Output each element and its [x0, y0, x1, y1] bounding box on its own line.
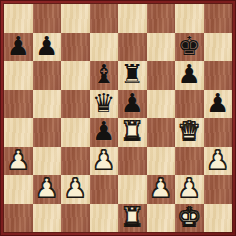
square-h2[interactable]	[204, 175, 233, 204]
square-a8[interactable]	[4, 4, 33, 33]
white-pawn[interactable]: ♟	[35, 175, 58, 202]
square-e1[interactable]: ♜	[118, 204, 147, 233]
chess-board: ♟♟♚♝♜♟♛♟♟♟♜♛♟♟♟♟♟♟♟♜♚	[4, 4, 232, 232]
square-a3[interactable]: ♟	[4, 147, 33, 176]
square-g2[interactable]: ♟	[175, 175, 204, 204]
square-g4[interactable]: ♛	[175, 118, 204, 147]
square-f1[interactable]	[147, 204, 176, 233]
black-king[interactable]: ♚	[178, 33, 201, 60]
square-g6[interactable]: ♟	[175, 61, 204, 90]
square-e8[interactable]	[118, 4, 147, 33]
square-g5[interactable]	[175, 90, 204, 119]
black-queen[interactable]: ♛	[92, 90, 115, 117]
square-e7[interactable]	[118, 33, 147, 62]
black-pawn[interactable]: ♟	[178, 61, 201, 88]
square-b1[interactable]	[33, 204, 62, 233]
square-b5[interactable]	[33, 90, 62, 119]
black-pawn[interactable]: ♟	[206, 90, 229, 117]
square-e4[interactable]: ♜	[118, 118, 147, 147]
square-f2[interactable]: ♟	[147, 175, 176, 204]
square-a5[interactable]	[4, 90, 33, 119]
square-c1[interactable]	[61, 204, 90, 233]
square-b4[interactable]	[33, 118, 62, 147]
square-d1[interactable]	[90, 204, 119, 233]
square-h8[interactable]	[204, 4, 233, 33]
black-pawn[interactable]: ♟	[92, 118, 115, 145]
black-bishop[interactable]: ♝	[92, 61, 115, 88]
square-a7[interactable]: ♟	[4, 33, 33, 62]
square-h4[interactable]	[204, 118, 233, 147]
square-c4[interactable]	[61, 118, 90, 147]
square-f7[interactable]	[147, 33, 176, 62]
square-f8[interactable]	[147, 4, 176, 33]
square-a1[interactable]	[4, 204, 33, 233]
square-a4[interactable]	[4, 118, 33, 147]
black-pawn[interactable]: ♟	[7, 33, 30, 60]
square-d2[interactable]	[90, 175, 119, 204]
square-h7[interactable]	[204, 33, 233, 62]
square-g8[interactable]	[175, 4, 204, 33]
square-c6[interactable]	[61, 61, 90, 90]
square-c5[interactable]	[61, 90, 90, 119]
square-c7[interactable]	[61, 33, 90, 62]
square-d4[interactable]: ♟	[90, 118, 119, 147]
square-h3[interactable]: ♟	[204, 147, 233, 176]
square-e5[interactable]: ♟	[118, 90, 147, 119]
white-king[interactable]: ♚	[178, 204, 201, 231]
white-pawn[interactable]: ♟	[7, 147, 30, 174]
white-queen[interactable]: ♛	[178, 118, 201, 145]
white-pawn[interactable]: ♟	[178, 175, 201, 202]
white-pawn[interactable]: ♟	[64, 175, 87, 202]
white-rook[interactable]: ♜	[121, 118, 144, 145]
square-d8[interactable]	[90, 4, 119, 33]
square-d5[interactable]: ♛	[90, 90, 119, 119]
square-h1[interactable]	[204, 204, 233, 233]
square-f4[interactable]	[147, 118, 176, 147]
square-a6[interactable]	[4, 61, 33, 90]
black-pawn[interactable]: ♟	[121, 90, 144, 117]
white-pawn[interactable]: ♟	[206, 147, 229, 174]
square-b8[interactable]	[33, 4, 62, 33]
square-c8[interactable]	[61, 4, 90, 33]
square-d6[interactable]: ♝	[90, 61, 119, 90]
square-f3[interactable]	[147, 147, 176, 176]
square-b3[interactable]	[33, 147, 62, 176]
square-g1[interactable]: ♚	[175, 204, 204, 233]
square-h5[interactable]: ♟	[204, 90, 233, 119]
square-a2[interactable]	[4, 175, 33, 204]
square-c3[interactable]	[61, 147, 90, 176]
square-f5[interactable]	[147, 90, 176, 119]
chess-board-frame: ♟♟♚♝♜♟♛♟♟♟♜♛♟♟♟♟♟♟♟♜♚	[0, 0, 236, 236]
white-pawn[interactable]: ♟	[92, 147, 115, 174]
square-d3[interactable]: ♟	[90, 147, 119, 176]
square-h6[interactable]	[204, 61, 233, 90]
square-c2[interactable]: ♟	[61, 175, 90, 204]
square-b7[interactable]: ♟	[33, 33, 62, 62]
square-b2[interactable]: ♟	[33, 175, 62, 204]
black-rook[interactable]: ♜	[121, 61, 144, 88]
square-f6[interactable]	[147, 61, 176, 90]
square-e6[interactable]: ♜	[118, 61, 147, 90]
square-g3[interactable]	[175, 147, 204, 176]
black-pawn[interactable]: ♟	[35, 33, 58, 60]
white-rook[interactable]: ♜	[121, 204, 144, 231]
square-d7[interactable]	[90, 33, 119, 62]
square-e3[interactable]	[118, 147, 147, 176]
square-e2[interactable]	[118, 175, 147, 204]
square-b6[interactable]	[33, 61, 62, 90]
square-g7[interactable]: ♚	[175, 33, 204, 62]
white-pawn[interactable]: ♟	[149, 175, 172, 202]
